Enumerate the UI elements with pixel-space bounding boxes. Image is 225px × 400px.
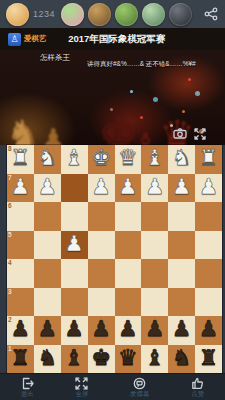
black-rook[interactable]: ♜: [199, 347, 219, 369]
square[interactable]: ♜: [195, 145, 222, 174]
square[interactable]: 8♜: [7, 145, 34, 174]
square[interactable]: [168, 202, 195, 231]
white-pawn[interactable]: ♟: [172, 176, 192, 198]
square[interactable]: ♟: [34, 174, 61, 203]
brand-name: 爱棋艺: [24, 34, 47, 44]
white-pawn[interactable]: ♟: [199, 176, 219, 198]
black-king[interactable]: ♚: [91, 347, 111, 369]
square[interactable]: [34, 259, 61, 288]
square[interactable]: ♝: [141, 345, 168, 374]
black-bishop[interactable]: ♝: [64, 347, 84, 369]
square[interactable]: ♞: [34, 145, 61, 174]
square[interactable]: ♞: [34, 345, 61, 374]
lesson-topic: 怎样杀王: [40, 53, 70, 63]
danmaku-icon: [133, 377, 146, 390]
viewer-avatars: [61, 3, 192, 26]
black-bishop[interactable]: ♝: [145, 347, 165, 369]
black-knight[interactable]: ♞: [172, 347, 192, 369]
avatar-3[interactable]: [88, 3, 111, 26]
square[interactable]: [168, 288, 195, 317]
white-knight[interactable]: ♞: [37, 147, 57, 169]
toolbar-label: 点赞: [191, 390, 204, 398]
square[interactable]: ♟: [141, 174, 168, 203]
square[interactable]: 7♟: [7, 174, 34, 203]
avatar-5[interactable]: [142, 3, 165, 26]
square[interactable]: ♚: [88, 145, 115, 174]
video-bokeh-lights: [130, 90, 133, 93]
brand-logo-icon: ♙: [8, 33, 21, 46]
square[interactable]: ♟: [168, 316, 195, 345]
black-pawn[interactable]: ♟: [37, 318, 57, 340]
square[interactable]: ♟: [115, 316, 142, 345]
coin-count: 1234: [33, 9, 55, 19]
square[interactable]: ♟: [88, 316, 115, 345]
app-screen: 1234 ♙ 爱棋艺 2017年国际象棋冠军赛 ♞ ♟ ♚ ♛ ♝ 怎样杀王 讲…: [0, 0, 225, 400]
white-rook[interactable]: ♜: [199, 147, 219, 169]
square[interactable]: 5: [7, 231, 34, 260]
square[interactable]: [61, 288, 88, 317]
black-pawn[interactable]: ♟: [64, 318, 84, 340]
square[interactable]: ♟: [195, 174, 222, 203]
white-pawn[interactable]: ♟: [11, 176, 31, 198]
white-pawn[interactable]: ♟: [91, 176, 111, 198]
video-chess-piece-silhouette: ♝: [132, 129, 159, 145]
square[interactable]: ♟: [115, 174, 142, 203]
white-bishop[interactable]: ♝: [64, 147, 84, 169]
square[interactable]: ♞: [168, 345, 195, 374]
send-danmaku-button[interactable]: 发弹幕: [130, 377, 150, 398]
square[interactable]: [168, 259, 195, 288]
square[interactable]: [168, 231, 195, 260]
square[interactable]: [34, 288, 61, 317]
avatar-6[interactable]: [169, 3, 192, 26]
square[interactable]: ♟: [61, 231, 88, 260]
black-pawn[interactable]: ♟: [11, 318, 31, 340]
avatar-1[interactable]: [6, 3, 29, 26]
exit-icon: [21, 377, 34, 390]
square[interactable]: [88, 202, 115, 231]
rank-label: 6: [8, 202, 12, 209]
square[interactable]: ♚: [88, 345, 115, 374]
square[interactable]: [88, 231, 115, 260]
camera-icon: [173, 128, 187, 139]
like-icon: [191, 377, 204, 390]
square[interactable]: 1♜: [7, 345, 34, 374]
square[interactable]: [115, 288, 142, 317]
square[interactable]: [195, 288, 222, 317]
square[interactable]: ♛: [115, 145, 142, 174]
square[interactable]: [141, 288, 168, 317]
square[interactable]: 6: [7, 202, 34, 231]
square[interactable]: ♟: [88, 174, 115, 203]
event-banner: ♙ 爱棋艺 2017年国际象棋冠军赛: [0, 28, 225, 50]
white-queen[interactable]: ♛: [118, 147, 138, 169]
square[interactable]: ♟: [168, 174, 195, 203]
white-bishop[interactable]: ♝: [145, 147, 165, 169]
toolbar-label: 全屏: [75, 390, 88, 398]
black-queen[interactable]: ♛: [118, 347, 138, 369]
video-chess-piece-silhouette: ♟: [40, 125, 67, 145]
video-chess-piece-silhouette: ♞: [6, 115, 40, 145]
expand-arrows-icon: [194, 128, 206, 140]
square[interactable]: ♟: [34, 316, 61, 345]
danmaku-comment: 讲得真好#&%……& 还不错&……%¥#: [87, 60, 196, 69]
black-knight[interactable]: ♞: [37, 347, 57, 369]
square[interactable]: [61, 174, 88, 203]
exit-button[interactable]: 退出: [21, 377, 34, 398]
white-pawn[interactable]: ♟: [37, 176, 57, 198]
like-button[interactable]: 点赞: [191, 377, 204, 398]
square[interactable]: ♟: [195, 316, 222, 345]
white-knight[interactable]: ♞: [172, 147, 192, 169]
black-pawn[interactable]: ♟: [199, 318, 219, 340]
square[interactable]: [141, 202, 168, 231]
top-avatar-bar: 1234: [0, 0, 225, 28]
white-king[interactable]: ♚: [91, 147, 111, 169]
square[interactable]: [115, 231, 142, 260]
square[interactable]: 3: [7, 288, 34, 317]
square[interactable]: [141, 259, 168, 288]
white-rook[interactable]: ♜: [11, 147, 31, 169]
square[interactable]: ♟: [141, 316, 168, 345]
share-icon: [204, 7, 218, 21]
video-fullscreen-button[interactable]: [192, 127, 207, 140]
black-pawn[interactable]: ♟: [172, 318, 192, 340]
square[interactable]: [195, 259, 222, 288]
square[interactable]: ♜: [195, 345, 222, 374]
toolbar-label: 发弹幕: [130, 390, 150, 398]
white-pawn[interactable]: ♟: [64, 233, 84, 255]
white-pawn[interactable]: ♟: [118, 176, 138, 198]
square[interactable]: [34, 202, 61, 231]
black-pawn[interactable]: ♟: [91, 318, 111, 340]
square[interactable]: [61, 202, 88, 231]
rank-label: 4: [8, 259, 12, 266]
black-rook[interactable]: ♜: [11, 347, 31, 369]
rank-label: 3: [8, 288, 12, 295]
square[interactable]: ♞: [168, 145, 195, 174]
square[interactable]: [115, 259, 142, 288]
square[interactable]: [195, 231, 222, 260]
square[interactable]: 2♟: [7, 316, 34, 345]
rank-label: 5: [8, 231, 12, 238]
square[interactable]: 4: [7, 259, 34, 288]
square[interactable]: [61, 259, 88, 288]
avatar-2[interactable]: [61, 3, 84, 26]
black-pawn[interactable]: ♟: [145, 318, 165, 340]
square[interactable]: ♛: [115, 345, 142, 374]
black-pawn[interactable]: ♟: [118, 318, 138, 340]
square[interactable]: [34, 231, 61, 260]
toolbar-label: 退出: [21, 390, 34, 398]
square[interactable]: [195, 202, 222, 231]
camera-button[interactable]: [172, 127, 187, 140]
fullscreen-button[interactable]: 全屏: [75, 377, 88, 398]
avatar-4[interactable]: [115, 3, 138, 26]
square[interactable]: ♝: [61, 145, 88, 174]
square[interactable]: [141, 231, 168, 260]
live-video-panel[interactable]: ♞ ♟ ♚ ♛ ♝ 怎样杀王 讲得真好#&%……& 还不错&……%¥#: [0, 50, 225, 145]
square[interactable]: ♟: [61, 316, 88, 345]
square[interactable]: [88, 259, 115, 288]
share-button[interactable]: [203, 6, 219, 22]
event-title: 2017年国际象棋冠军赛: [47, 33, 188, 46]
square[interactable]: [88, 288, 115, 317]
square[interactable]: ♝: [141, 145, 168, 174]
white-pawn[interactable]: ♟: [145, 176, 165, 198]
chess-board[interactable]: 8♜♞♝♚♛♝♞♜7♟♟♟♟♟♟♟65♟432♟♟♟♟♟♟♟♟1♜♞♝♚♛♝♞♜: [7, 145, 222, 373]
square[interactable]: [115, 202, 142, 231]
fullscreen-icon: [75, 377, 88, 390]
bottom-toolbar: 退出 全屏 发弹幕 点赞: [0, 373, 225, 400]
square[interactable]: ♝: [61, 345, 88, 374]
my-avatar-slot: [6, 3, 29, 26]
